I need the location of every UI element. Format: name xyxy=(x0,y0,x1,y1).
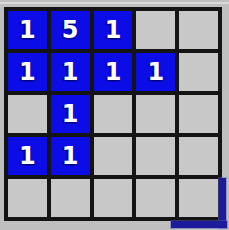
cell-number: 1 xyxy=(62,60,79,84)
cell-r5c1[interactable] xyxy=(8,179,47,217)
cell-r4c4[interactable] xyxy=(136,137,175,175)
cell-r1c5[interactable] xyxy=(179,11,218,49)
cell-number: 5 xyxy=(62,18,79,42)
cell-number: 1 xyxy=(105,18,122,42)
cell-r2c2[interactable]: 1 xyxy=(51,53,90,91)
cell-r4c1[interactable]: 1 xyxy=(8,137,47,175)
cell-number: 1 xyxy=(19,144,36,168)
cell-r3c2[interactable]: 1 xyxy=(51,95,90,133)
cell-r3c1[interactable] xyxy=(8,95,47,133)
cell-r1c4[interactable] xyxy=(136,11,175,49)
cell-number: 1 xyxy=(62,144,79,168)
cell-r2c4[interactable]: 1 xyxy=(136,53,175,91)
cell-r2c5[interactable] xyxy=(179,53,218,91)
cell-r1c1[interactable]: 1 xyxy=(8,11,47,49)
cell-r4c3[interactable] xyxy=(94,137,133,175)
cell-r2c3[interactable]: 1 xyxy=(94,53,133,91)
cell-r4c2[interactable]: 1 xyxy=(51,137,90,175)
cell-r1c3[interactable]: 1 xyxy=(94,11,133,49)
cell-number: 1 xyxy=(19,18,36,42)
cell-number: 1 xyxy=(19,60,36,84)
board-grid: 1511111111 xyxy=(4,7,222,221)
cell-r5c2[interactable] xyxy=(51,179,90,217)
cell-number: 1 xyxy=(105,60,122,84)
cell-r5c3[interactable] xyxy=(94,179,133,217)
cell-r3c5[interactable] xyxy=(179,95,218,133)
cell-r4c5[interactable] xyxy=(179,137,218,175)
cell-number: 1 xyxy=(147,60,164,84)
cell-r1c2[interactable]: 5 xyxy=(51,11,90,49)
cell-r3c4[interactable] xyxy=(136,95,175,133)
cell-number: 1 xyxy=(62,102,79,126)
cell-r3c3[interactable] xyxy=(94,95,133,133)
cell-r2c1[interactable]: 1 xyxy=(8,53,47,91)
cell-r5c5[interactable] xyxy=(179,179,218,217)
cursor-bracket-horizontal xyxy=(171,221,227,228)
window-bevel-highlight xyxy=(0,2,229,4)
cell-r5c4[interactable] xyxy=(136,179,175,217)
